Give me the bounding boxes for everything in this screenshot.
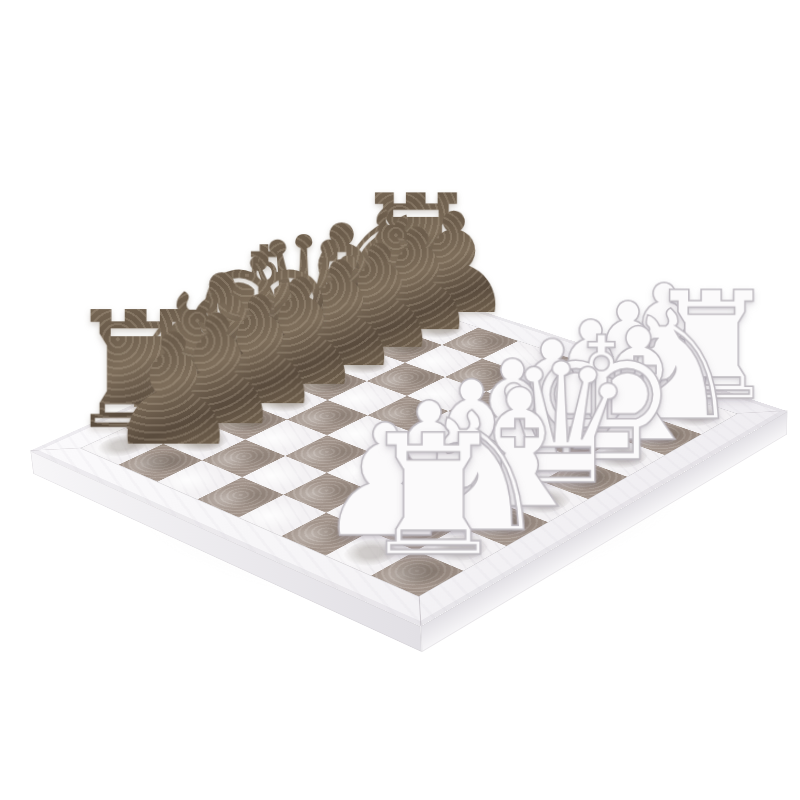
pieces-layer: ♜♞♝♚♛♝♞♜♟♟♟♟♟♟♟♟♟♟♟♟♟♟♟♟♜♞♝♛♚♝♞♜	[31, 285, 788, 627]
piece-dark-pawn: ♟	[82, 314, 266, 468]
chess-board: ♜♞♝♚♛♝♞♜♟♟♟♟♟♟♟♟♟♟♟♟♟♟♟♟♜♞♝♛♚♝♞♜	[31, 285, 788, 627]
photo-scene: ♜♞♝♚♛♝♞♜♟♟♟♟♟♟♟♟♟♟♟♟♟♟♟♟♜♞♝♛♚♝♞♜	[0, 0, 800, 800]
product-photo: ♜♞♝♚♛♝♞♜♟♟♟♟♟♟♟♟♟♟♟♟♟♟♟♟♜♞♝♛♚♝♞♜	[0, 0, 800, 800]
piece-white-rook: ♜	[332, 413, 535, 580]
